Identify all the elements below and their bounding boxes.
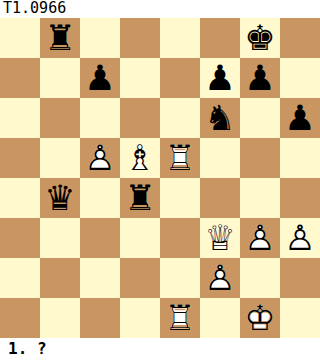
square-g5[interactable] [240, 138, 280, 178]
white-pawn-icon: ♟♙ [240, 218, 280, 258]
square-f7[interactable]: ♟ [200, 58, 240, 98]
square-e8[interactable] [160, 18, 200, 58]
square-d3[interactable] [120, 218, 160, 258]
square-c8[interactable] [80, 18, 120, 58]
square-h4[interactable] [280, 178, 320, 218]
square-e4[interactable] [160, 178, 200, 218]
square-c3[interactable] [80, 218, 120, 258]
black-queen-icon: ♛ [40, 178, 80, 218]
square-h6[interactable]: ♟ [280, 98, 320, 138]
square-e6[interactable] [160, 98, 200, 138]
piece-outline: ♔ [240, 298, 280, 338]
square-e1[interactable]: ♜♖ [160, 298, 200, 338]
square-d7[interactable] [120, 58, 160, 98]
square-a3[interactable] [0, 218, 40, 258]
square-h5[interactable] [280, 138, 320, 178]
black-pawn-icon: ♟ [240, 58, 280, 98]
square-d1[interactable] [120, 298, 160, 338]
black-rook-icon: ♜ [120, 178, 160, 218]
square-b1[interactable] [40, 298, 80, 338]
square-b6[interactable] [40, 98, 80, 138]
square-f6[interactable]: ♞ [200, 98, 240, 138]
square-h8[interactable] [280, 18, 320, 58]
square-g6[interactable] [240, 98, 280, 138]
square-d6[interactable] [120, 98, 160, 138]
square-e7[interactable] [160, 58, 200, 98]
move-prompt: 1. ? [0, 338, 320, 360]
square-e3[interactable] [160, 218, 200, 258]
white-pawn-icon: ♟♙ [80, 138, 120, 178]
piece-outline: ♙ [280, 218, 320, 258]
square-c1[interactable] [80, 298, 120, 338]
black-king-icon: ♚ [240, 18, 280, 58]
square-a4[interactable] [0, 178, 40, 218]
piece-outline: ♖ [160, 138, 200, 178]
square-c6[interactable] [80, 98, 120, 138]
square-a6[interactable] [0, 98, 40, 138]
piece-outline: ♕ [200, 218, 240, 258]
white-pawn-icon: ♟♙ [200, 258, 240, 298]
square-g8[interactable]: ♚ [240, 18, 280, 58]
square-b7[interactable] [40, 58, 80, 98]
square-a1[interactable] [0, 298, 40, 338]
square-g2[interactable] [240, 258, 280, 298]
puzzle-id: T1.0966 [0, 0, 320, 18]
white-rook-icon: ♜♖ [160, 298, 200, 338]
black-pawn-icon: ♟ [80, 58, 120, 98]
black-pawn-icon: ♟ [280, 98, 320, 138]
square-d4[interactable]: ♜ [120, 178, 160, 218]
piece-outline: ♙ [200, 258, 240, 298]
square-c7[interactable]: ♟ [80, 58, 120, 98]
square-d2[interactable] [120, 258, 160, 298]
square-a8[interactable] [0, 18, 40, 58]
square-a7[interactable] [0, 58, 40, 98]
square-b5[interactable] [40, 138, 80, 178]
white-rook-icon: ♜♖ [160, 138, 200, 178]
square-g4[interactable] [240, 178, 280, 218]
square-b8[interactable]: ♜ [40, 18, 80, 58]
square-e5[interactable]: ♜♖ [160, 138, 200, 178]
square-f8[interactable] [200, 18, 240, 58]
square-h3[interactable]: ♟♙ [280, 218, 320, 258]
square-d8[interactable] [120, 18, 160, 58]
square-a2[interactable] [0, 258, 40, 298]
square-f4[interactable] [200, 178, 240, 218]
black-rook-icon: ♜ [40, 18, 80, 58]
white-king-icon: ♚♔ [240, 298, 280, 338]
square-b2[interactable] [40, 258, 80, 298]
square-f3[interactable]: ♛♕ [200, 218, 240, 258]
piece-outline: ♙ [80, 138, 120, 178]
square-f1[interactable] [200, 298, 240, 338]
square-d5[interactable]: ♝♗ [120, 138, 160, 178]
square-e2[interactable] [160, 258, 200, 298]
square-c4[interactable] [80, 178, 120, 218]
square-g7[interactable]: ♟ [240, 58, 280, 98]
black-knight-icon: ♞ [200, 98, 240, 138]
square-h2[interactable] [280, 258, 320, 298]
square-f5[interactable] [200, 138, 240, 178]
white-pawn-icon: ♟♙ [280, 218, 320, 258]
black-pawn-icon: ♟ [200, 58, 240, 98]
square-f2[interactable]: ♟♙ [200, 258, 240, 298]
white-queen-icon: ♛♕ [200, 218, 240, 258]
square-b3[interactable] [40, 218, 80, 258]
piece-outline: ♗ [120, 138, 160, 178]
square-g3[interactable]: ♟♙ [240, 218, 280, 258]
square-a5[interactable] [0, 138, 40, 178]
square-h7[interactable] [280, 58, 320, 98]
square-c5[interactable]: ♟♙ [80, 138, 120, 178]
chess-board: ♜♚♟♟♟♞♟♟♙♝♗♜♖♛♜♛♕♟♙♟♙♟♙♜♖♚♔ [0, 18, 320, 338]
white-bishop-icon: ♝♗ [120, 138, 160, 178]
square-b4[interactable]: ♛ [40, 178, 80, 218]
square-c2[interactable] [80, 258, 120, 298]
piece-outline: ♖ [160, 298, 200, 338]
piece-outline: ♙ [240, 218, 280, 258]
square-g1[interactable]: ♚♔ [240, 298, 280, 338]
square-h1[interactable] [280, 298, 320, 338]
